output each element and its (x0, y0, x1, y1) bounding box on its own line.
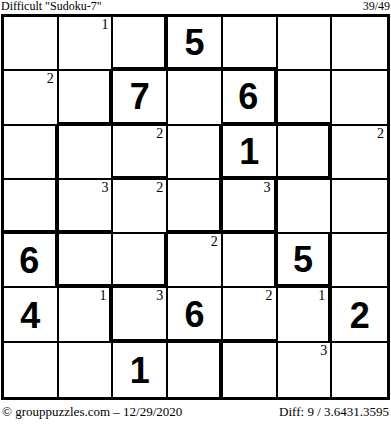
cell-r0c6[interactable] (332, 17, 387, 71)
cell-r3c2[interactable]: 2 (113, 180, 168, 234)
cell-r1c4[interactable]: 6 (223, 71, 278, 125)
cell-r4c4[interactable] (223, 234, 278, 288)
given-digit: 4 (20, 298, 40, 334)
cell-r0c0[interactable] (4, 17, 59, 71)
cell-r4c3[interactable]: 2 (168, 234, 223, 288)
cell-r6c5[interactable]: 3 (278, 343, 333, 397)
corner-mark: 1 (101, 17, 108, 32)
corner-mark: 2 (156, 180, 163, 195)
cell-r5c6[interactable]: 2 (332, 288, 387, 342)
cell-r4c5[interactable]: 5 (278, 234, 333, 288)
cell-r0c3[interactable]: 5 (168, 17, 223, 71)
corner-mark: 2 (47, 71, 54, 86)
given-digit: 6 (238, 79, 258, 115)
corner-mark: 1 (99, 288, 106, 303)
difficulty-text: Diff: 9 / 3.6431.3595 (279, 404, 389, 420)
cell-r4c2[interactable] (113, 234, 168, 288)
cell-r2c4[interactable]: 1 (223, 126, 278, 180)
corner-mark: 2 (156, 126, 163, 141)
cell-r0c4[interactable] (223, 17, 278, 71)
cell-r5c5[interactable]: 1 (278, 288, 333, 342)
cell-r2c1[interactable] (59, 126, 114, 180)
cell-r2c3[interactable] (168, 126, 223, 180)
cell-r6c1[interactable] (59, 343, 114, 397)
cell-r5c4[interactable]: 2 (223, 288, 278, 342)
cell-r1c2[interactable]: 7 (113, 71, 168, 125)
copyright-text: © grouppuzzles.com – 12/29/2020 (2, 404, 182, 420)
puzzle-page: Difficult "Sudoku-7" 39/49 1527621232362… (0, 0, 391, 426)
cell-r4c1[interactable] (59, 234, 114, 288)
cell-r6c0[interactable] (4, 343, 59, 397)
cell-r5c0[interactable]: 4 (4, 288, 59, 342)
given-digit: 1 (130, 353, 150, 389)
given-digit: 2 (350, 298, 370, 334)
cell-r1c3[interactable] (168, 71, 223, 125)
cell-r3c5[interactable] (278, 180, 333, 234)
sudoku-board: 15276212323625413621213 (1, 14, 390, 400)
cell-r3c0[interactable] (4, 180, 59, 234)
cell-r1c1[interactable] (59, 71, 114, 125)
corner-mark: 2 (377, 126, 384, 141)
cell-r5c2[interactable]: 3 (113, 288, 168, 342)
cell-r3c6[interactable] (332, 180, 387, 234)
corner-mark: 2 (211, 234, 218, 249)
corner-mark: 3 (101, 180, 108, 195)
cell-r1c6[interactable] (332, 71, 387, 125)
corner-mark: 1 (318, 288, 325, 303)
cell-r6c2[interactable]: 1 (113, 343, 168, 397)
cell-r4c0[interactable]: 6 (4, 234, 59, 288)
cell-r2c2[interactable]: 2 (113, 126, 168, 180)
cell-r0c1[interactable]: 1 (59, 17, 114, 71)
corner-mark: 3 (156, 288, 163, 303)
header: Difficult "Sudoku-7" 39/49 (0, 0, 391, 14)
given-digit: 5 (293, 242, 313, 278)
given-digit: 7 (130, 79, 150, 115)
solved-counter: 39/49 (363, 0, 390, 12)
cell-r6c6[interactable] (332, 343, 387, 397)
cell-r6c3[interactable] (168, 343, 223, 397)
cell-r1c5[interactable] (278, 71, 333, 125)
footer: © grouppuzzles.com – 12/29/2020 Diff: 9 … (0, 404, 391, 420)
cell-r2c5[interactable] (278, 126, 333, 180)
cell-r3c3[interactable] (168, 180, 223, 234)
cell-r1c0[interactable]: 2 (4, 71, 59, 125)
cell-r3c1[interactable]: 3 (59, 180, 114, 234)
given-digit: 5 (184, 25, 204, 61)
cell-r6c4[interactable] (223, 343, 278, 397)
given-digit: 6 (19, 243, 39, 279)
cell-r5c3[interactable]: 6 (168, 288, 223, 342)
given-digit: 1 (239, 134, 259, 170)
cell-r4c6[interactable] (332, 234, 387, 288)
puzzle-title: Difficult "Sudoku-7" (1, 0, 102, 12)
corner-mark: 2 (266, 288, 273, 303)
cell-r0c5[interactable] (278, 17, 333, 71)
cell-r2c6[interactable]: 2 (332, 126, 387, 180)
corner-mark: 3 (320, 343, 327, 358)
cell-r2c0[interactable] (4, 126, 59, 180)
cell-r0c2[interactable] (113, 17, 168, 71)
given-digit: 6 (184, 297, 204, 333)
cell-r5c1[interactable]: 1 (59, 288, 114, 342)
corner-mark: 3 (264, 180, 271, 195)
cell-r3c4[interactable]: 3 (223, 180, 278, 234)
